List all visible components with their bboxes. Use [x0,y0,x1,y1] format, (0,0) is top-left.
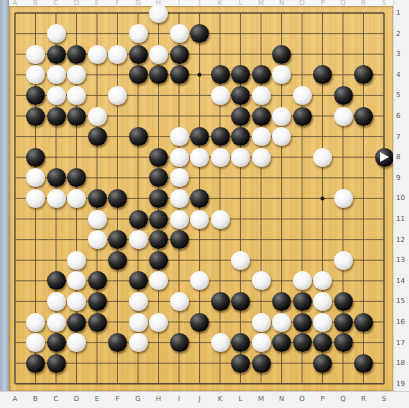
black-stone-J7[interactable] [190,127,209,146]
black-stone-D16[interactable] [67,313,86,332]
row-label-7: 7 [396,133,400,141]
black-stone-I3[interactable] [170,45,189,64]
row-label-12: 12 [396,236,405,244]
black-stone-C6[interactable] [47,107,66,126]
white-stone-O14[interactable] [293,271,312,290]
white-stone-I7[interactable] [170,127,189,146]
row-label-6: 6 [396,112,400,120]
star-point [321,196,325,200]
black-stone-N3[interactable] [272,45,291,64]
white-stone-D10[interactable] [67,189,86,208]
black-stone-F13[interactable] [108,251,127,270]
white-stone-N7[interactable] [272,127,291,146]
black-stone-K7[interactable] [211,127,230,146]
black-stone-S8[interactable] [375,148,394,167]
black-stone-O15[interactable] [293,292,312,311]
white-stone-M7[interactable] [252,127,271,146]
white-stone-F5[interactable] [108,86,127,105]
black-stone-O16[interactable] [293,313,312,332]
black-stone-E14[interactable] [88,271,107,290]
black-stone-B8[interactable] [26,148,45,167]
white-stone-H3[interactable] [149,45,168,64]
white-stone-C4[interactable] [47,65,66,84]
black-stone-G11[interactable] [129,210,148,229]
black-stone-Q17[interactable] [334,333,353,352]
black-stone-I17[interactable] [170,333,189,352]
black-stone-Q16[interactable] [334,313,353,332]
white-stone-B17[interactable] [26,333,45,352]
black-stone-E10[interactable] [88,189,107,208]
black-stone-K15[interactable] [211,292,230,311]
black-stone-C9[interactable] [47,168,66,187]
white-stone-C10[interactable] [47,189,66,208]
black-stone-G7[interactable] [129,127,148,146]
white-stone-Q6[interactable] [334,107,353,126]
white-stone-M14[interactable] [252,271,271,290]
row-label-strip: 12345678910111213141516171819 [393,0,409,408]
black-stone-E15[interactable] [88,292,107,311]
black-stone-C18[interactable] [47,354,66,373]
column-label-N: N [279,395,284,403]
white-stone-C2[interactable] [47,24,66,43]
column-label-M: M [258,395,264,403]
black-stone-Q5[interactable] [334,86,353,105]
black-stone-K4[interactable] [211,65,230,84]
white-stone-L13[interactable] [231,251,250,270]
black-stone-P17[interactable] [313,333,332,352]
black-stone-M6[interactable] [252,107,271,126]
black-stone-I12[interactable] [170,230,189,249]
go-board[interactable] [9,6,393,391]
white-stone-I9[interactable] [170,168,189,187]
white-stone-G16[interactable] [129,313,148,332]
white-stone-D15[interactable] [67,292,86,311]
row-label-15: 15 [396,297,405,305]
white-stone-N6[interactable] [272,107,291,126]
white-stone-I2[interactable] [170,24,189,43]
white-stone-M5[interactable] [252,86,271,105]
black-stone-B5[interactable] [26,86,45,105]
black-stone-L5[interactable] [231,86,250,105]
column-label-P: P [320,395,324,403]
white-stone-K5[interactable] [211,86,230,105]
black-stone-G14[interactable] [129,271,148,290]
black-stone-N15[interactable] [272,292,291,311]
column-label-J: J [198,395,200,403]
white-stone-D13[interactable] [67,251,86,270]
white-stone-E6[interactable] [88,107,107,126]
black-stone-Q15[interactable] [334,292,353,311]
white-stone-P16[interactable] [313,313,332,332]
black-stone-H13[interactable] [149,251,168,270]
row-label-3: 3 [396,50,400,58]
row-label-5: 5 [396,91,400,99]
white-stone-H1[interactable] [149,4,168,23]
white-stone-I8[interactable] [170,148,189,167]
white-stone-G17[interactable] [129,333,148,352]
column-label-A: A [13,395,18,403]
column-label-E: E [95,395,99,403]
column-label-B: B [33,395,38,403]
black-stone-J16[interactable] [190,313,209,332]
black-stone-O6[interactable] [293,107,312,126]
column-label-H: H [156,395,161,403]
white-stone-E12[interactable] [88,230,107,249]
white-stone-M17[interactable] [252,333,271,352]
white-stone-I15[interactable] [170,292,189,311]
black-stone-E16[interactable] [88,313,107,332]
black-stone-F10[interactable] [108,189,127,208]
black-stone-L6[interactable] [231,107,250,126]
black-stone-L17[interactable] [231,333,250,352]
white-stone-C5[interactable] [47,86,66,105]
white-stone-I10[interactable] [170,189,189,208]
black-stone-H12[interactable] [149,230,168,249]
white-stone-J8[interactable] [190,148,209,167]
black-stone-D3[interactable] [67,45,86,64]
white-stone-F3[interactable] [108,45,127,64]
white-stone-B10[interactable] [26,189,45,208]
row-label-4: 4 [396,71,400,79]
column-label-S: S [382,395,386,403]
black-stone-F17[interactable] [108,333,127,352]
row-label-16: 16 [396,318,405,326]
white-stone-J11[interactable] [190,210,209,229]
white-stone-M8[interactable] [252,148,271,167]
black-stone-J2[interactable] [190,24,209,43]
column-label-G: G [135,395,140,403]
column-label-Q: Q [340,395,346,403]
white-stone-K17[interactable] [211,333,230,352]
black-stone-R16[interactable] [354,313,373,332]
black-stone-F12[interactable] [108,230,127,249]
white-stone-O5[interactable] [293,86,312,105]
white-stone-P8[interactable] [313,148,332,167]
black-stone-L7[interactable] [231,127,250,146]
column-label-strip: ABCDEFGHIJKLMNOPQRS [0,391,409,408]
column-label-D: D [74,395,79,403]
column-label-O: O [299,395,305,403]
black-stone-D6[interactable] [67,107,86,126]
black-stone-R18[interactable] [354,354,373,373]
row-label-18: 18 [396,359,405,367]
white-stone-G12[interactable] [129,230,148,249]
white-stone-P15[interactable] [313,292,332,311]
row-label-11: 11 [396,215,405,223]
row-label-10: 10 [396,194,405,202]
window-left-border [0,0,9,408]
black-stone-L15[interactable] [231,292,250,311]
black-stone-G3[interactable] [129,45,148,64]
column-label-R: R [361,395,366,403]
white-stone-Q10[interactable] [334,189,353,208]
row-label-8: 8 [396,153,400,161]
row-label-9: 9 [396,174,400,182]
row-label-13: 13 [396,256,405,264]
column-label-C: C [54,395,59,403]
black-stone-H11[interactable] [149,210,168,229]
black-stone-N17[interactable] [272,333,291,352]
black-stone-C17[interactable] [47,333,66,352]
white-stone-E11[interactable] [88,210,107,229]
white-stone-G2[interactable] [129,24,148,43]
black-stone-I4[interactable] [170,65,189,84]
white-stone-M16[interactable] [252,313,271,332]
white-stone-H16[interactable] [149,313,168,332]
black-stone-M18[interactable] [252,354,271,373]
last-move-marker [380,152,389,162]
row-label-2: 2 [396,30,400,38]
column-label-I: I [178,395,180,403]
column-label-F: F [115,395,119,403]
black-stone-P18[interactable] [313,354,332,373]
white-stone-L8[interactable] [231,148,250,167]
white-stone-I11[interactable] [170,210,189,229]
row-label-17: 17 [396,339,405,347]
white-stone-B16[interactable] [26,313,45,332]
black-stone-M4[interactable] [252,65,271,84]
black-stone-B6[interactable] [26,107,45,126]
star-point [198,73,202,77]
white-stone-G15[interactable] [129,292,148,311]
white-stone-K8[interactable] [211,148,230,167]
white-stone-K11[interactable] [211,210,230,229]
white-stone-C16[interactable] [47,313,66,332]
column-label-L: L [239,395,243,403]
white-stone-N16[interactable] [272,313,291,332]
white-stone-D5[interactable] [67,86,86,105]
black-stone-J10[interactable] [190,189,209,208]
black-stone-O17[interactable] [293,333,312,352]
white-stone-C15[interactable] [47,292,66,311]
row-label-1: 1 [396,9,400,17]
black-stone-G4[interactable] [129,65,148,84]
white-stone-E3[interactable] [88,45,107,64]
white-stone-B3[interactable] [26,45,45,64]
black-stone-H8[interactable] [149,148,168,167]
black-stone-B18[interactable] [26,354,45,373]
white-stone-D17[interactable] [67,333,86,352]
black-stone-E7[interactable] [88,127,107,146]
black-stone-H10[interactable] [149,189,168,208]
row-label-14: 14 [396,277,405,285]
black-stone-L18[interactable] [231,354,250,373]
go-app-window: ABCDEFGHIJKLMNOPQRS 12345678910111213141… [0,0,409,408]
black-stone-C14[interactable] [47,271,66,290]
black-stone-C3[interactable] [47,45,66,64]
row-label-19: 19 [396,380,405,388]
column-label-K: K [218,395,223,403]
white-stone-Q13[interactable] [334,251,353,270]
black-stone-R6[interactable] [354,107,373,126]
